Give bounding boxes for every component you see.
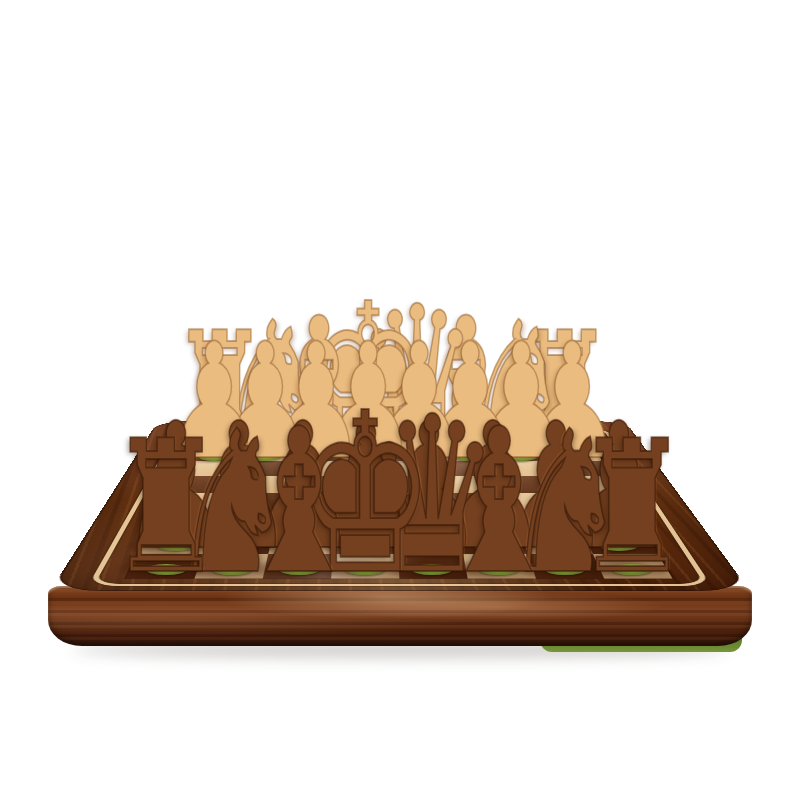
pieces-layer: ♜♞♝♛♚♝♞♜♟♟♟♟♟♟♟♟♟♟♟♟♟♟♟♟♜♞♝♛♚♝♞♜ — [0, 0, 800, 799]
chess-product-photo: ♜♞♝♛♚♝♞♜♟♟♟♟♟♟♟♟♟♟♟♟♟♟♟♟♜♞♝♛♚♝♞♜ — [0, 0, 800, 799]
black-rook-icon: ♜ — [108, 416, 223, 599]
